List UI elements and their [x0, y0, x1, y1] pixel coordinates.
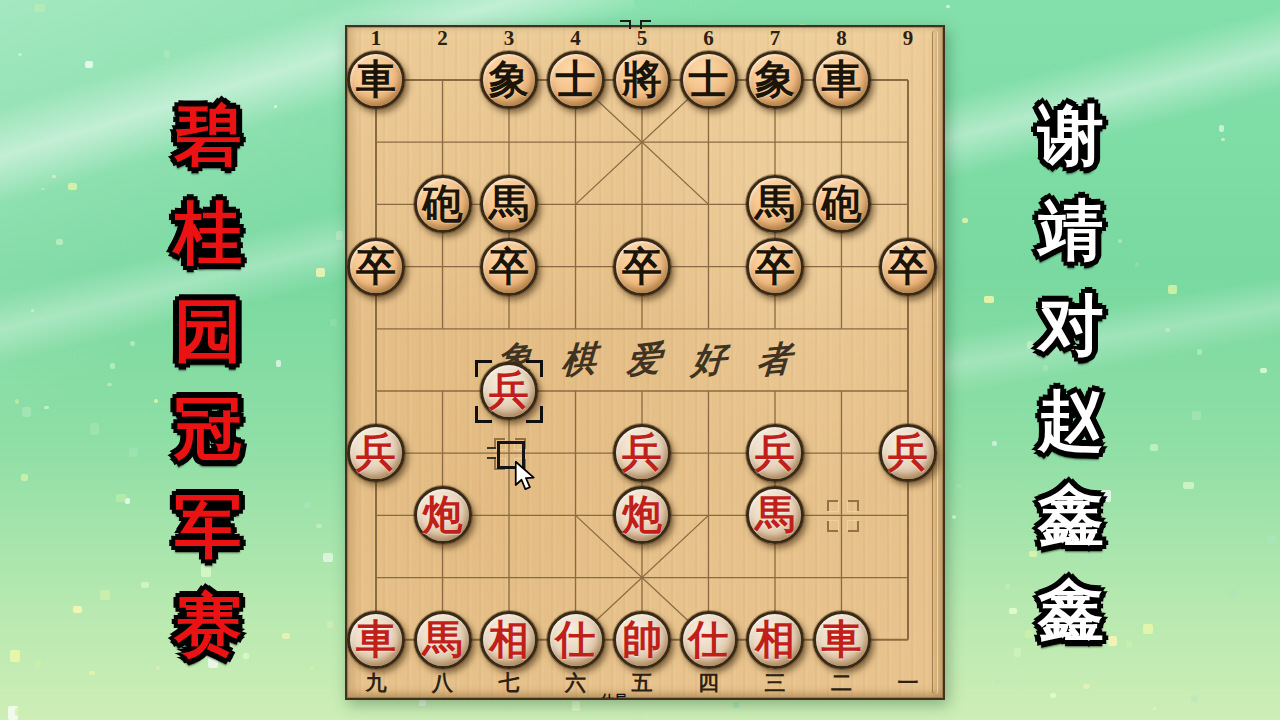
file-label-bottom: 二 [831, 669, 852, 697]
piece-red-elephant[interactable]: 相 [480, 611, 538, 669]
piece-black-soldier[interactable]: 卒 [746, 238, 804, 296]
speckle [41, 188, 44, 191]
point-mark [848, 500, 859, 511]
file-label-bottom: 一 [898, 669, 919, 697]
speckle [316, 524, 322, 528]
piece-black-cannon[interactable]: 砲 [813, 175, 871, 233]
speckle [44, 406, 48, 410]
speckle [1183, 482, 1193, 489]
piece-black-soldier[interactable]: 卒 [879, 238, 937, 296]
speckle [956, 484, 961, 488]
piece-black-elephant[interactable]: 象 [480, 51, 538, 109]
banner-char: 赵 [1038, 373, 1104, 468]
speckle [73, 606, 81, 613]
banner-char: 靖 [1038, 183, 1104, 278]
speckle [1143, 624, 1153, 634]
piece-glyph: 象 [489, 60, 529, 100]
origin-square-tick [487, 447, 496, 449]
speckle [8, 706, 18, 719]
speckle [1135, 262, 1139, 267]
point-mark [827, 500, 838, 511]
speckle [327, 621, 333, 628]
piece-glyph: 炮 [622, 495, 662, 535]
speckle [316, 268, 325, 277]
speckle [1260, 368, 1267, 373]
piece-black-soldier[interactable]: 卒 [480, 238, 538, 296]
speckle [336, 231, 344, 240]
piece-black-cannon[interactable]: 砲 [414, 175, 472, 233]
piece-glyph: 兵 [622, 433, 662, 473]
speckle [1197, 349, 1202, 355]
piece-red-horse[interactable]: 馬 [746, 486, 804, 544]
banner-char: 鑫 [1038, 563, 1104, 658]
piece-red-chariot[interactable]: 車 [813, 611, 871, 669]
piece-red-advisor[interactable]: 仕 [547, 611, 605, 669]
speckle [100, 590, 110, 600]
banner-char: 碧 [174, 86, 242, 184]
speckle [992, 441, 997, 446]
point-mark [827, 521, 838, 532]
piece-black-horse[interactable]: 馬 [746, 175, 804, 233]
banner-char: 赛 [174, 576, 242, 674]
speckle [15, 708, 21, 716]
file-label-bottom: 六 [565, 669, 586, 697]
piece-glyph: 將 [622, 60, 662, 100]
speckle [323, 553, 333, 562]
speckle [110, 363, 115, 369]
piece-black-elephant[interactable]: 象 [746, 51, 804, 109]
piece-red-cannon[interactable]: 炮 [613, 486, 671, 544]
banner-char: 对 [1038, 278, 1104, 373]
players-banner-title: 谢靖对赵鑫鑫 [1026, 88, 1116, 658]
speckle [1005, 584, 1010, 589]
speckle [34, 660, 42, 669]
piece-black-advisor[interactable]: 士 [547, 51, 605, 109]
file-label-top: 2 [437, 26, 448, 51]
speckle [52, 175, 56, 178]
banner-char: 鑫 [1038, 468, 1104, 563]
xiangqi-board: 123456789 九八七六五四三二一 象棋爱好者 車象士將士象車砲馬馬砲卒卒卒… [345, 25, 945, 700]
selected-piece-bracket [475, 360, 543, 423]
speckle [330, 319, 338, 326]
speckle [141, 582, 149, 588]
speckle [125, 498, 130, 504]
speckle [733, 702, 739, 708]
piece-red-elephant[interactable]: 相 [746, 611, 804, 669]
clipped-text-fragment-bottom: 仕局 [601, 691, 635, 698]
river-text-char: 好 [690, 335, 727, 385]
piece-red-chariot[interactable]: 車 [347, 611, 405, 669]
speckle [1192, 411, 1202, 420]
piece-red-general[interactable]: 帥 [613, 611, 671, 669]
speckle [89, 671, 95, 675]
piece-glyph: 馬 [755, 495, 795, 535]
file-label-top: 6 [703, 26, 714, 51]
speckle [310, 666, 314, 671]
speckle [984, 296, 994, 303]
speckle [85, 61, 93, 69]
banner-char: 军 [174, 478, 242, 576]
file-label-top: 4 [570, 26, 581, 51]
speckle [1267, 536, 1276, 544]
speckle [129, 448, 137, 457]
speckle [164, 50, 170, 58]
piece-glyph: 兵 [888, 433, 928, 473]
speckle [1153, 707, 1157, 710]
piece-glyph: 帥 [622, 620, 662, 660]
piece-red-horse[interactable]: 馬 [414, 611, 472, 669]
piece-black-advisor[interactable]: 士 [680, 51, 738, 109]
file-label-top: 7 [770, 26, 781, 51]
piece-black-chariot[interactable]: 車 [813, 51, 871, 109]
event-banner-title: 碧桂园冠军赛 [163, 86, 253, 674]
banner-char: 冠 [174, 380, 242, 478]
speckle [1009, 608, 1017, 615]
piece-red-soldier[interactable]: 兵 [879, 424, 937, 482]
piece-glyph: 兵 [755, 433, 795, 473]
speckle [952, 515, 955, 519]
piece-glyph: 卒 [888, 247, 928, 287]
file-label-bottom: 七 [499, 669, 520, 697]
piece-glyph: 卒 [356, 247, 396, 287]
speckle [635, 714, 644, 720]
file-label-top: 8 [836, 26, 847, 51]
piece-red-soldier[interactable]: 兵 [613, 424, 671, 482]
mouse-cursor [514, 461, 540, 493]
piece-glyph: 馬 [755, 184, 795, 224]
banner-char: 谢 [1038, 88, 1104, 183]
speckle [154, 399, 159, 403]
speckle [94, 700, 98, 704]
piece-glyph: 馬 [423, 620, 463, 660]
speckle [56, 239, 62, 245]
speckle [34, 4, 44, 12]
piece-glyph: 士 [689, 60, 729, 100]
board-edge-groove [932, 31, 938, 694]
river-text-char: 者 [755, 335, 792, 385]
clipped-text-fragment-top [640, 20, 651, 29]
speckle [1118, 239, 1122, 243]
speckle [1168, 285, 1177, 294]
file-label-bottom: 三 [765, 669, 786, 697]
speckle [962, 218, 968, 223]
speckle [1221, 138, 1225, 141]
piece-glyph: 相 [489, 620, 529, 660]
piece-glyph: 相 [755, 620, 795, 660]
speckle [22, 407, 30, 417]
speckle [1229, 590, 1238, 598]
speckle [1172, 573, 1175, 576]
speckle [130, 341, 135, 346]
file-label-bottom: 四 [698, 669, 719, 697]
river-text-char: 爱 [625, 335, 662, 385]
piece-red-cannon[interactable]: 炮 [414, 486, 472, 544]
piece-red-soldier[interactable]: 兵 [746, 424, 804, 482]
piece-black-soldier[interactable]: 卒 [613, 238, 671, 296]
file-label-top: 3 [504, 26, 515, 51]
piece-glyph: 車 [822, 620, 862, 660]
speckle [1050, 693, 1056, 698]
file-label-top: 9 [903, 26, 914, 51]
origin-square-tick [487, 457, 496, 459]
speckle [31, 309, 34, 312]
clipped-text-fragment-top [620, 20, 631, 29]
piece-black-chariot[interactable]: 車 [347, 51, 405, 109]
speckle [995, 679, 1000, 683]
speckle [1165, 328, 1169, 332]
speckle [116, 494, 126, 502]
speckle [10, 650, 20, 662]
speckle [274, 105, 277, 107]
piece-glyph: 砲 [822, 184, 862, 224]
point-mark [848, 521, 859, 532]
piece-glyph: 炮 [423, 495, 463, 535]
speckle [1014, 648, 1021, 657]
piece-glyph: 兵 [356, 433, 396, 473]
speckle [304, 502, 311, 508]
piece-black-soldier[interactable]: 卒 [347, 238, 405, 296]
speckle [1126, 641, 1132, 648]
banner-char: 桂 [174, 184, 242, 282]
file-label-bottom: 九 [366, 669, 387, 697]
piece-black-general[interactable]: 將 [613, 51, 671, 109]
piece-black-horse[interactable]: 馬 [480, 175, 538, 233]
speckle [276, 360, 281, 367]
speckle [1219, 125, 1225, 132]
piece-glyph: 士 [556, 60, 596, 100]
file-label-top: 1 [371, 26, 382, 51]
speckle [90, 423, 99, 434]
speckle [107, 383, 112, 387]
file-label-top: 5 [637, 26, 648, 51]
piece-glyph: 砲 [423, 184, 463, 224]
piece-glyph: 卒 [622, 247, 662, 287]
piece-glyph: 馬 [489, 184, 529, 224]
piece-glyph: 仕 [556, 620, 596, 660]
speckle [1191, 695, 1198, 702]
speckle [15, 399, 20, 404]
piece-glyph: 車 [356, 60, 396, 100]
piece-glyph: 仕 [689, 620, 729, 660]
speckle [21, 474, 28, 481]
piece-glyph: 卒 [755, 247, 795, 287]
piece-glyph: 車 [822, 60, 862, 100]
piece-red-advisor[interactable]: 仕 [680, 611, 738, 669]
file-label-bottom: 八 [432, 669, 453, 697]
speckle [1150, 444, 1159, 450]
banner-char: 园 [174, 282, 242, 380]
piece-glyph: 象 [755, 60, 795, 100]
speckle [156, 666, 161, 670]
piece-glyph: 卒 [489, 247, 529, 287]
piece-red-soldier[interactable]: 兵 [347, 424, 405, 482]
speckle [572, 701, 580, 712]
speckle [18, 53, 21, 56]
speckle [946, 5, 951, 9]
speckle [1083, 684, 1089, 689]
speckle [282, 633, 290, 640]
speckle [68, 183, 77, 190]
piece-glyph: 車 [356, 620, 396, 660]
river-text-char: 棋 [560, 335, 597, 385]
